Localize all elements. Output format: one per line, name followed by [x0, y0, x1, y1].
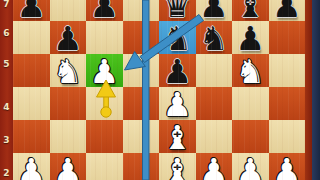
square-d7[interactable] — [123, 0, 160, 21]
square-b6[interactable]: ♟ — [50, 21, 87, 54]
square-a4[interactable] — [13, 87, 50, 120]
black-pawn-h7[interactable]: ♟ — [269, 0, 306, 22]
rank-label-2: 2 — [0, 168, 13, 178]
square-a5[interactable] — [13, 54, 50, 87]
square-c3[interactable] — [86, 120, 123, 153]
square-h3[interactable] — [269, 120, 306, 153]
square-c6[interactable] — [86, 21, 123, 54]
square-b2[interactable]: ♟ — [50, 153, 87, 180]
square-g5[interactable]: ♞ — [232, 54, 269, 87]
edge-navy-strip — [312, 0, 320, 180]
white-knight-b5[interactable]: ♞ — [50, 55, 87, 88]
square-b5[interactable]: ♞ — [50, 54, 87, 87]
board-right-border — [305, 0, 312, 180]
rank-label-4: 4 — [0, 102, 13, 112]
white-pawn-f2[interactable]: ♟ — [196, 154, 233, 180]
square-e4[interactable]: ♟ — [159, 87, 196, 120]
square-h6[interactable] — [269, 21, 306, 54]
square-a7[interactable]: ♟ — [13, 0, 50, 21]
square-g4[interactable] — [232, 87, 269, 120]
white-pawn-e4[interactable]: ♟ — [159, 88, 196, 121]
square-f5[interactable] — [196, 54, 233, 87]
chess-thumbnail: ♟♟♛♟♝♟♟♞♞♟♞♟♟♞♟♝♟♟♝♟♟♟ 7 6 5 4 3 2 — [0, 0, 320, 180]
square-h7[interactable]: ♟ — [269, 0, 306, 21]
black-knight-e6[interactable]: ♞ — [159, 22, 196, 55]
square-e5[interactable]: ♟ — [159, 54, 196, 87]
black-pawn-e5[interactable]: ♟ — [159, 55, 196, 88]
square-g2[interactable]: ♟ — [232, 153, 269, 180]
square-f2[interactable]: ♟ — [196, 153, 233, 180]
square-e6[interactable]: ♞ — [159, 21, 196, 54]
white-pawn-a2[interactable]: ♟ — [13, 154, 50, 180]
square-a6[interactable] — [13, 21, 50, 54]
square-g7[interactable]: ♝ — [232, 0, 269, 21]
square-a2[interactable]: ♟ — [13, 153, 50, 180]
square-e7[interactable]: ♛ — [159, 0, 196, 21]
rank-label-5: 5 — [0, 59, 13, 69]
white-pawn-h2[interactable]: ♟ — [269, 154, 306, 180]
square-f3[interactable] — [196, 120, 233, 153]
black-pawn-a7[interactable]: ♟ — [13, 0, 50, 22]
black-pawn-b6[interactable]: ♟ — [50, 22, 87, 55]
square-g3[interactable] — [232, 120, 269, 153]
white-bishop-e2[interactable]: ♝ — [159, 154, 196, 180]
square-f7[interactable]: ♟ — [196, 0, 233, 21]
black-pawn-c7[interactable]: ♟ — [86, 0, 123, 22]
square-b3[interactable] — [50, 120, 87, 153]
square-d3[interactable] — [123, 120, 160, 153]
square-f4[interactable] — [196, 87, 233, 120]
square-d4[interactable] — [123, 87, 160, 120]
rank-label-3: 3 — [0, 135, 13, 145]
square-h2[interactable]: ♟ — [269, 153, 306, 180]
square-b4[interactable] — [50, 87, 87, 120]
board-left-border — [0, 0, 13, 180]
square-d2[interactable] — [123, 153, 160, 180]
square-a3[interactable] — [13, 120, 50, 153]
square-e2[interactable]: ♝ — [159, 153, 196, 180]
square-c5[interactable]: ♟ — [86, 54, 123, 87]
black-pawn-g6[interactable]: ♟ — [232, 22, 269, 55]
square-e3[interactable]: ♝ — [159, 120, 196, 153]
square-d5[interactable] — [123, 54, 160, 87]
white-bishop-e3[interactable]: ♝ — [159, 121, 196, 154]
square-g6[interactable]: ♟ — [232, 21, 269, 54]
white-knight-g5[interactable]: ♞ — [232, 55, 269, 88]
white-pawn-g2[interactable]: ♟ — [232, 154, 269, 180]
square-c4[interactable] — [86, 87, 123, 120]
square-c2[interactable] — [86, 153, 123, 180]
black-knight-f6[interactable]: ♞ — [196, 22, 233, 55]
square-h5[interactable] — [269, 54, 306, 87]
rank-label-7: 7 — [0, 0, 13, 9]
rank-label-6: 6 — [0, 28, 13, 38]
square-h4[interactable] — [269, 87, 306, 120]
white-pawn-c5[interactable]: ♟ — [86, 55, 123, 88]
chess-board[interactable]: ♟♟♛♟♝♟♟♞♞♟♞♟♟♞♟♝♟♟♝♟♟♟ — [13, 0, 305, 180]
square-f6[interactable]: ♞ — [196, 21, 233, 54]
square-b7[interactable] — [50, 0, 87, 21]
square-c7[interactable]: ♟ — [86, 0, 123, 21]
white-pawn-b2[interactable]: ♟ — [50, 154, 87, 180]
square-d6[interactable] — [123, 21, 160, 54]
